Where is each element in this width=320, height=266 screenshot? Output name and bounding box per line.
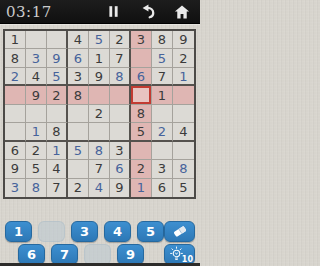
cell-r4c2[interactable]: 9 [26,86,47,104]
cell-r3c3[interactable]: 5 [47,68,68,86]
cell-r1c3[interactable] [47,31,68,49]
cell-r5c3[interactable] [47,105,68,123]
cell-r8c4[interactable] [68,160,89,178]
cell-r3c9[interactable]: 1 [173,68,194,86]
number-button-6[interactable]: 6 [18,244,45,265]
cell-r9c4[interactable]: 2 [68,179,89,197]
cell-r4c9[interactable] [173,86,194,104]
numpad-row-2: 679 [18,244,144,265]
cell-r6c6[interactable] [110,123,131,141]
number-button-5[interactable]: 5 [137,221,164,242]
cell-r8c6[interactable]: 6 [110,160,131,178]
number-button-7[interactable]: 7 [51,244,78,265]
cell-r1c4[interactable]: 4 [68,31,89,49]
cell-r5c1[interactable] [5,105,26,123]
cell-r2c3[interactable]: 9 [47,49,68,67]
cell-r5c7[interactable]: 8 [131,105,152,123]
undo-icon [139,3,157,21]
cell-r7c4[interactable]: 5 [68,142,89,160]
eraser-button[interactable] [164,221,195,242]
cell-r8c7[interactable]: 2 [131,160,152,178]
cell-r7c3[interactable]: 1 [47,142,68,160]
cell-r7c7[interactable] [131,142,152,160]
cell-r4c7[interactable] [131,86,152,104]
cell-r6c1[interactable] [5,123,26,141]
cell-r3c2[interactable]: 4 [26,68,47,86]
undo-button[interactable] [138,2,157,21]
cell-r1c8[interactable]: 8 [152,31,173,49]
cell-r8c5[interactable]: 7 [89,160,110,178]
cell-r1c7[interactable]: 3 [131,31,152,49]
cell-r2c6[interactable]: 7 [110,49,131,67]
numpad-row-1: 1345 [5,221,164,242]
cell-r1c5[interactable]: 5 [89,31,110,49]
cell-r5c6[interactable] [110,105,131,123]
cell-r7c1[interactable]: 6 [5,142,26,160]
home-icon [173,3,191,21]
cell-r5c9[interactable] [173,105,194,123]
cell-r4c1[interactable] [5,86,26,104]
cell-r7c8[interactable] [152,142,173,160]
cell-r6c8[interactable]: 2 [152,123,173,141]
eraser-icon [170,223,190,240]
cell-r2c5[interactable]: 1 [89,49,110,67]
cell-r4c5[interactable] [89,86,110,104]
cell-r2c2[interactable]: 3 [26,49,47,67]
cell-r5c5[interactable]: 2 [89,105,110,123]
number-button-9[interactable]: 9 [117,244,144,265]
cell-r6c5[interactable] [89,123,110,141]
cell-r9c2[interactable]: 8 [26,179,47,197]
cell-r4c6[interactable] [110,86,131,104]
cell-r9c9[interactable]: 5 [173,179,194,197]
cell-r3c5[interactable]: 9 [89,68,110,86]
cell-r3c6[interactable]: 8 [110,68,131,86]
cell-r1c6[interactable]: 2 [110,31,131,49]
number-button-3[interactable]: 3 [71,221,98,242]
pause-button[interactable] [104,2,123,21]
cell-r6c4[interactable] [68,123,89,141]
cell-r9c1[interactable]: 3 [5,179,26,197]
cell-r3c7[interactable]: 6 [131,68,152,86]
cell-r6c2[interactable]: 1 [26,123,47,141]
cell-r2c1[interactable]: 8 [5,49,26,67]
cell-r1c1[interactable]: 1 [5,31,26,49]
cell-r3c4[interactable]: 3 [68,68,89,86]
cell-r3c8[interactable]: 7 [152,68,173,86]
cell-r9c3[interactable]: 7 [47,179,68,197]
cell-r4c8[interactable]: 1 [152,86,173,104]
cell-r2c7[interactable] [131,49,152,67]
cell-r2c9[interactable]: 2 [173,49,194,67]
cell-r1c9[interactable]: 9 [173,31,194,49]
top-bar-icons [104,2,200,21]
cell-r1c2[interactable] [26,31,47,49]
cell-r6c9[interactable]: 4 [173,123,194,141]
number-button-4[interactable]: 4 [104,221,131,242]
top-bar: 03:17 [0,0,200,24]
cell-r2c4[interactable]: 6 [68,49,89,67]
cell-r8c3[interactable]: 4 [47,160,68,178]
cell-r7c5[interactable]: 8 [89,142,110,160]
cell-r4c4[interactable]: 8 [68,86,89,104]
cell-r4c3[interactable]: 2 [47,86,68,104]
game-timer: 03:17 [0,3,52,21]
cell-r9c5[interactable]: 4 [89,179,110,197]
cell-r8c8[interactable]: 3 [152,160,173,178]
cell-r7c2[interactable]: 2 [26,142,47,160]
cell-r9c8[interactable]: 6 [152,179,173,197]
cell-r9c6[interactable]: 9 [110,179,131,197]
hint-button[interactable]: 10 [164,244,195,265]
cell-r5c8[interactable] [152,105,173,123]
cell-r8c1[interactable]: 9 [5,160,26,178]
cell-r6c7[interactable]: 5 [131,123,152,141]
cell-r8c9[interactable]: 8 [173,160,194,178]
cell-r7c9[interactable] [173,142,194,160]
home-button[interactable] [172,2,191,21]
cell-r9c7[interactable]: 1 [131,179,152,197]
cell-r8c2[interactable]: 5 [26,160,47,178]
number-button-1[interactable]: 1 [5,221,32,242]
pause-icon [105,3,122,20]
cell-r6c3[interactable]: 8 [47,123,68,141]
number-button-8-ghost [84,244,111,265]
cell-r2c8[interactable]: 5 [152,49,173,67]
cell-r5c4[interactable] [68,105,89,123]
cell-r7c6[interactable]: 3 [110,142,131,160]
sudoku-board: 1452389839617522453986719281281852462158… [3,29,196,199]
number-button-2-ghost [38,221,65,242]
cell-r3c1[interactable]: 2 [5,68,26,86]
cell-r5c2[interactable] [26,105,47,123]
